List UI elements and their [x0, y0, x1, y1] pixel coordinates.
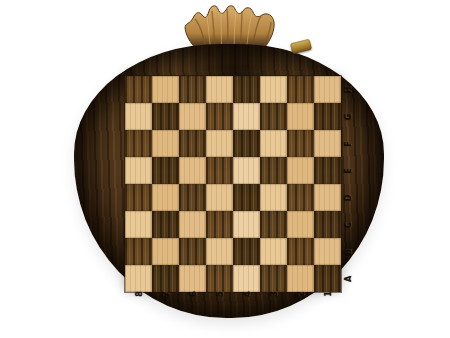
- square-c8[interactable]: [125, 211, 152, 238]
- square-d1[interactable]: [314, 184, 341, 211]
- square-c4[interactable]: [233, 211, 260, 238]
- rank-label-6: 6: [187, 288, 199, 300]
- square-d7[interactable]: [152, 184, 179, 211]
- square-b1[interactable]: [314, 238, 341, 265]
- square-h2[interactable]: [287, 76, 314, 103]
- file-label-b: B: [342, 246, 354, 258]
- square-c3[interactable]: [260, 211, 287, 238]
- square-g3[interactable]: [260, 103, 287, 130]
- file-label-d: D: [342, 192, 354, 204]
- square-e4[interactable]: [233, 157, 260, 184]
- square-f6[interactable]: [179, 130, 206, 157]
- rank-label-2: 2: [295, 288, 307, 300]
- square-g2[interactable]: [287, 103, 314, 130]
- square-f5[interactable]: [206, 130, 233, 157]
- square-f1[interactable]: [314, 130, 341, 157]
- square-d3[interactable]: [260, 184, 287, 211]
- square-g4[interactable]: [233, 103, 260, 130]
- square-g7[interactable]: [152, 103, 179, 130]
- square-g8[interactable]: [125, 103, 152, 130]
- square-e6[interactable]: [179, 157, 206, 184]
- square-g1[interactable]: [314, 103, 341, 130]
- square-b4[interactable]: [233, 238, 260, 265]
- square-h1[interactable]: [314, 76, 341, 103]
- square-f7[interactable]: [152, 130, 179, 157]
- square-d6[interactable]: [179, 184, 206, 211]
- rank-label-3: 3: [268, 288, 280, 300]
- brass-latch: [290, 39, 312, 55]
- square-f4[interactable]: [233, 130, 260, 157]
- file-label-f: F: [342, 138, 354, 150]
- square-c6[interactable]: [179, 211, 206, 238]
- square-d5[interactable]: [206, 184, 233, 211]
- square-b5[interactable]: [206, 238, 233, 265]
- rank-label-1: 1: [322, 288, 334, 300]
- photo-canvas: HGFEDCBA87654321: [0, 0, 450, 338]
- square-b2[interactable]: [287, 238, 314, 265]
- file-label-c: C: [342, 219, 354, 231]
- square-d2[interactable]: [287, 184, 314, 211]
- square-d8[interactable]: [125, 184, 152, 211]
- square-c1[interactable]: [314, 211, 341, 238]
- file-label-e: E: [342, 165, 354, 177]
- file-label-g: G: [342, 111, 354, 123]
- rank-label-4: 4: [241, 288, 253, 300]
- square-h4[interactable]: [233, 76, 260, 103]
- square-h5[interactable]: [206, 76, 233, 103]
- square-h3[interactable]: [260, 76, 287, 103]
- square-c7[interactable]: [152, 211, 179, 238]
- square-f8[interactable]: [125, 130, 152, 157]
- square-e8[interactable]: [125, 157, 152, 184]
- square-c2[interactable]: [287, 211, 314, 238]
- square-e3[interactable]: [260, 157, 287, 184]
- square-d4[interactable]: [233, 184, 260, 211]
- square-h7[interactable]: [152, 76, 179, 103]
- square-f2[interactable]: [287, 130, 314, 157]
- square-e2[interactable]: [287, 157, 314, 184]
- square-b7[interactable]: [152, 238, 179, 265]
- square-g5[interactable]: [206, 103, 233, 130]
- rank-label-5: 5: [214, 288, 226, 300]
- chess-board[interactable]: [125, 76, 341, 292]
- square-g6[interactable]: [179, 103, 206, 130]
- rank-label-8: 8: [133, 288, 145, 300]
- file-label-h: H: [342, 84, 354, 96]
- square-c5[interactable]: [206, 211, 233, 238]
- square-h6[interactable]: [179, 76, 206, 103]
- square-h8[interactable]: [125, 76, 152, 103]
- square-b3[interactable]: [260, 238, 287, 265]
- rank-label-7: 7: [160, 288, 172, 300]
- file-label-a: A: [342, 273, 354, 285]
- square-f3[interactable]: [260, 130, 287, 157]
- square-e7[interactable]: [152, 157, 179, 184]
- square-b6[interactable]: [179, 238, 206, 265]
- square-b8[interactable]: [125, 238, 152, 265]
- square-e5[interactable]: [206, 157, 233, 184]
- square-e1[interactable]: [314, 157, 341, 184]
